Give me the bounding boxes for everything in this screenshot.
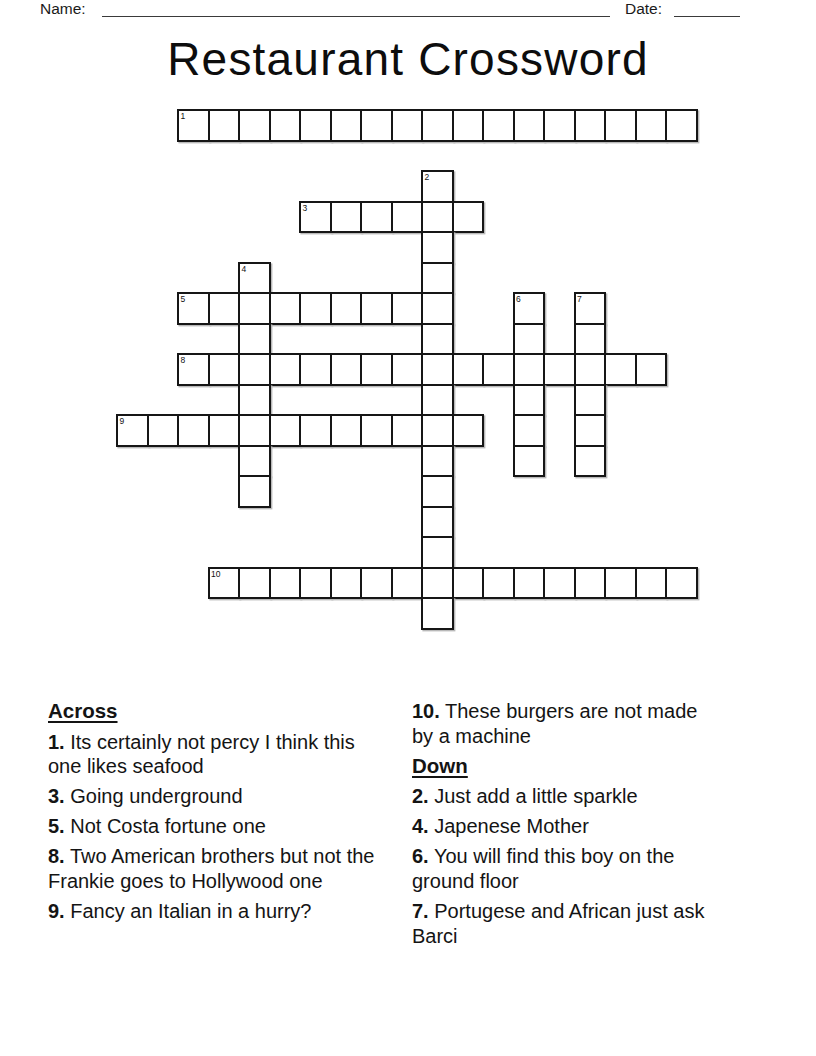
grid-cell[interactable]	[421, 506, 454, 539]
grid-cell[interactable]	[421, 353, 454, 386]
clue-item: 1. Its certainly not percy I think this …	[48, 730, 380, 779]
clue-number-label: 10	[211, 569, 220, 579]
grid-cell[interactable]	[391, 292, 424, 325]
grid-cell[interactable]	[360, 292, 393, 325]
grid-cell[interactable]	[421, 323, 454, 356]
grid-cell[interactable]	[421, 201, 454, 234]
grid-cell[interactable]	[330, 414, 363, 447]
clue-number: 1.	[48, 731, 65, 753]
grid-cell[interactable]	[421, 536, 454, 569]
clue-text: Fancy an Italian in a hurry?	[65, 900, 312, 922]
grid-cell[interactable]	[238, 414, 271, 447]
grid-cell[interactable]	[513, 323, 546, 356]
clue-item: 10. These burgers are not made by a mach…	[412, 699, 724, 748]
clue-number: 2.	[412, 785, 429, 807]
grid-cell[interactable]	[513, 353, 546, 386]
grid-cell[interactable]	[330, 201, 363, 234]
grid-cell[interactable]: 3	[299, 201, 332, 234]
grid-cell[interactable]	[330, 353, 363, 386]
grid-cell[interactable]	[665, 109, 698, 142]
across-clue-overflow: 10. These burgers are not made by a mach…	[412, 699, 724, 748]
grid-cell[interactable]	[513, 109, 546, 142]
clue-text: Its certainly not percy I think this one…	[48, 731, 355, 778]
clue-text: Portugese and African just ask Barci	[412, 900, 704, 947]
grid-cell[interactable]	[208, 292, 241, 325]
grid-cell[interactable]	[574, 445, 607, 478]
clue-number-label: 7	[577, 294, 582, 304]
grid-cell[interactable]: 7	[574, 292, 607, 325]
grid-cell[interactable]	[482, 353, 515, 386]
clue-number-label: 3	[303, 203, 308, 213]
grid-cell[interactable]: 10	[208, 567, 241, 600]
clue-item: 2. Just add a little sparkle	[412, 784, 724, 809]
grid-cell[interactable]	[482, 109, 515, 142]
clue-number: 5.	[48, 815, 65, 837]
grid-cell[interactable]	[177, 414, 210, 447]
grid-cell[interactable]	[238, 445, 271, 478]
grid-cell[interactable]	[543, 567, 576, 600]
grid-cell[interactable]	[452, 353, 485, 386]
crossword-grid: 12345678910	[117, 110, 697, 629]
clue-number: 9.	[48, 900, 65, 922]
grid-cell[interactable]	[208, 414, 241, 447]
grid-cell[interactable]	[238, 384, 271, 417]
grid-cell[interactable]	[604, 567, 637, 600]
grid-cell[interactable]	[238, 109, 271, 142]
grid-cell[interactable]	[330, 567, 363, 600]
clue-item: 7. Portugese and African just ask Barci	[412, 899, 724, 948]
clue-number-label: 1	[181, 111, 186, 121]
clue-number-label: 9	[120, 416, 125, 426]
grid-cell[interactable]: 5	[177, 292, 210, 325]
grid-cell[interactable]: 6	[513, 292, 546, 325]
grid-cell[interactable]	[391, 414, 424, 447]
clue-item: 5. Not Costa fortune one	[48, 814, 380, 839]
grid-cell[interactable]	[421, 445, 454, 478]
grid-cell[interactable]	[574, 414, 607, 447]
grid-cell[interactable]	[391, 353, 424, 386]
clue-number-label: 5	[181, 294, 186, 304]
clues-column-left: Across 1. Its certainly not percy I thin…	[48, 699, 380, 929]
grid-cell[interactable]	[269, 353, 302, 386]
grid-cell[interactable]	[299, 292, 332, 325]
clue-number: 6.	[412, 845, 429, 867]
grid-cell[interactable]	[147, 414, 180, 447]
grid-cell[interactable]	[391, 567, 424, 600]
clue-number-label: 8	[181, 355, 186, 365]
grid-cell[interactable]	[208, 109, 241, 142]
worksheet-page: Name: Date: Restaurant Crossword 1234567…	[0, 0, 816, 1056]
clue-text: Just add a little sparkle	[429, 785, 638, 807]
grid-cell[interactable]	[421, 292, 454, 325]
name-input-line[interactable]	[102, 4, 610, 17]
down-clues-list: 2. Just add a little sparkle4. Japenese …	[412, 784, 724, 948]
clue-item: 8. Two American brothers but not the Fra…	[48, 844, 380, 893]
header-bar: Name: Date:	[40, 0, 742, 18]
grid-cell[interactable]	[421, 475, 454, 508]
grid-cell[interactable]	[452, 567, 485, 600]
grid-cell[interactable]	[635, 353, 668, 386]
clue-number: 7.	[412, 900, 429, 922]
grid-cell[interactable]	[574, 109, 607, 142]
grid-cell[interactable]	[360, 109, 393, 142]
grid-cell[interactable]	[421, 567, 454, 600]
grid-cell[interactable]	[421, 231, 454, 264]
grid-cell[interactable]: 1	[177, 109, 210, 142]
clue-number-label: 4	[242, 264, 247, 274]
grid-cell[interactable]	[238, 353, 271, 386]
grid-cell[interactable]: 8	[177, 353, 210, 386]
down-heading: Down	[412, 754, 724, 779]
clue-number-label: 6	[516, 294, 521, 304]
grid-cell[interactable]	[452, 414, 485, 447]
grid-cell[interactable]	[330, 109, 363, 142]
grid-cell[interactable]	[604, 109, 637, 142]
clue-text: Going underground	[65, 785, 243, 807]
grid-cell[interactable]	[513, 567, 546, 600]
grid-cell[interactable]	[543, 353, 576, 386]
clue-number: 3.	[48, 785, 65, 807]
page-title: Restaurant Crossword	[0, 32, 816, 86]
grid-cell[interactable]	[574, 353, 607, 386]
clue-number: 8.	[48, 845, 65, 867]
grid-cell[interactable]	[269, 567, 302, 600]
grid-cell[interactable]	[391, 109, 424, 142]
grid-cell[interactable]	[421, 597, 454, 630]
across-heading: Across	[48, 699, 380, 724]
clue-item: 3. Going underground	[48, 784, 380, 809]
clue-number: 10.	[412, 700, 440, 722]
grid-cell[interactable]	[665, 567, 698, 600]
clue-number: 4.	[412, 815, 429, 837]
grid-cell[interactable]	[360, 414, 393, 447]
clue-text: You will find this boy on the ground flo…	[412, 845, 674, 892]
grid-cell[interactable]	[269, 414, 302, 447]
grid-cell[interactable]	[452, 109, 485, 142]
clue-number-label: 2	[425, 172, 430, 182]
clue-text: Not Costa fortune one	[65, 815, 266, 837]
grid-cell[interactable]	[482, 567, 515, 600]
clue-item: 4. Japenese Mother	[412, 814, 724, 839]
grid-cell[interactable]	[238, 292, 271, 325]
grid-cell[interactable]	[604, 353, 637, 386]
grid-cell[interactable]	[391, 201, 424, 234]
clue-text: Two American brothers but not the Franki…	[48, 845, 375, 892]
grid-cell[interactable]	[421, 262, 454, 295]
grid-cell[interactable]	[574, 567, 607, 600]
grid-cell[interactable]	[574, 384, 607, 417]
grid-cell[interactable]	[330, 292, 363, 325]
grid-cell[interactable]	[574, 323, 607, 356]
grid-cell[interactable]	[360, 201, 393, 234]
grid-cell[interactable]	[543, 109, 576, 142]
date-input-line[interactable]	[674, 4, 740, 17]
grid-cell[interactable]	[421, 384, 454, 417]
grid-cell[interactable]	[299, 567, 332, 600]
grid-cell[interactable]	[269, 109, 302, 142]
grid-cell[interactable]	[421, 109, 454, 142]
grid-cell[interactable]	[238, 475, 271, 508]
clue-text: These burgers are not made by a machine	[412, 700, 697, 747]
grid-cell[interactable]	[299, 109, 332, 142]
grid-cell[interactable]	[635, 567, 668, 600]
date-label: Date:	[625, 0, 662, 18]
grid-cell[interactable]: 2	[421, 170, 454, 203]
grid-cell[interactable]: 4	[238, 262, 271, 295]
grid-cell[interactable]	[513, 445, 546, 478]
grid-cell[interactable]	[360, 567, 393, 600]
across-clues-list: 1. Its certainly not percy I think this …	[48, 730, 380, 924]
grid-cell[interactable]: 9	[116, 414, 149, 447]
grid-cell[interactable]	[635, 109, 668, 142]
grid-cell[interactable]	[513, 384, 546, 417]
grid-cell[interactable]	[238, 567, 271, 600]
grid-cell[interactable]	[269, 292, 302, 325]
clue-item: 6. You will find this boy on the ground …	[412, 844, 724, 893]
grid-cell[interactable]	[452, 201, 485, 234]
clues-column-right: 10. These burgers are not made by a mach…	[412, 699, 724, 954]
grid-cell[interactable]	[208, 353, 241, 386]
grid-cell[interactable]	[299, 414, 332, 447]
grid-cell[interactable]	[421, 414, 454, 447]
grid-cell[interactable]	[513, 414, 546, 447]
grid-cell[interactable]	[360, 353, 393, 386]
clue-text: Japenese Mother	[429, 815, 589, 837]
clue-item: 9. Fancy an Italian in a hurry?	[48, 899, 380, 924]
grid-cell[interactable]	[299, 353, 332, 386]
grid-cell[interactable]	[238, 323, 271, 356]
name-label: Name:	[40, 0, 86, 18]
